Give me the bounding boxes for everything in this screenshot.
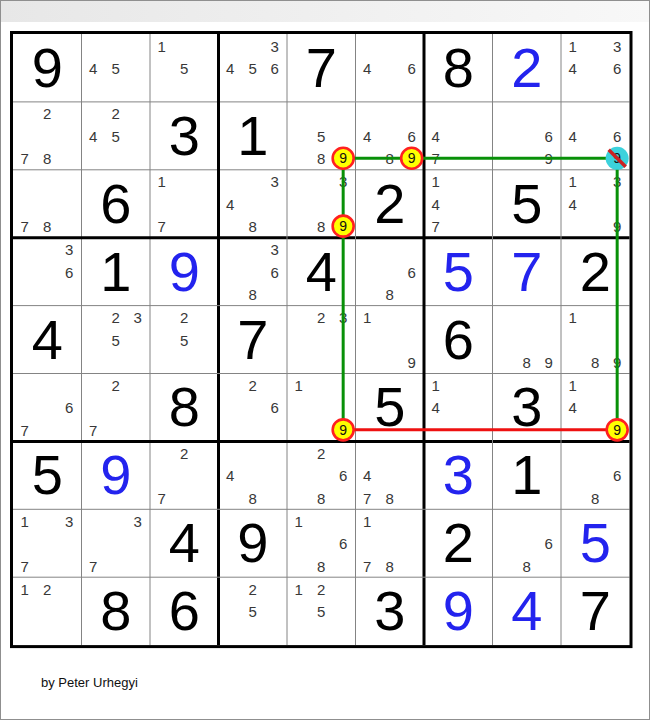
cell-r7c2[interactable]: 9	[82, 441, 151, 509]
given-digit: 6	[82, 170, 151, 238]
cell-r7c9[interactable]: 68	[561, 441, 630, 509]
candidate-8: 8	[386, 490, 394, 505]
cell-r6c6[interactable]: 5	[356, 373, 425, 441]
candidate-5: 5	[180, 60, 188, 75]
candidate-9: 9	[613, 219, 621, 234]
cell-r7c6[interactable]: 478	[356, 441, 425, 509]
candidate-9: 9	[613, 422, 621, 437]
candidate-1: 1	[294, 377, 302, 392]
cell-r8c7[interactable]: 2	[424, 509, 493, 577]
candidate-8: 8	[523, 558, 531, 573]
cell-r5c8[interactable]: 89	[493, 306, 562, 374]
cell-r1c3[interactable]: 15	[150, 34, 219, 102]
cell-r5c6[interactable]: 19	[356, 306, 425, 374]
given-digit: 8	[150, 373, 219, 441]
candidate-1: 1	[568, 174, 576, 189]
given-digit: 3	[150, 102, 219, 170]
cell-r1c2[interactable]: 45	[82, 34, 151, 102]
cell-r6c1[interactable]: 67	[13, 373, 82, 441]
candidate-2: 2	[317, 581, 325, 596]
cell-r8c9[interactable]: 5	[561, 509, 630, 577]
cell-r4c8[interactable]: 7	[493, 238, 562, 306]
cell-r5c1[interactable]: 4	[13, 306, 82, 374]
candidate-3: 3	[65, 513, 73, 528]
candidate-4: 4	[431, 128, 439, 143]
candidate-8: 8	[386, 151, 394, 166]
candidate-5: 5	[249, 60, 257, 75]
cell-r1c8[interactable]: 2	[493, 34, 562, 102]
candidate-6: 6	[270, 264, 278, 279]
candidate-7: 7	[89, 558, 97, 573]
cell-r6c8[interactable]: 3	[493, 373, 562, 441]
candidate-8: 8	[43, 151, 51, 166]
candidate-5: 5	[317, 128, 325, 143]
cell-r3c7[interactable]: 147	[424, 170, 493, 238]
candidate-6: 6	[407, 264, 415, 279]
sudoku-board: 9451534567468213462782453158946894769469…	[13, 34, 630, 645]
cell-r9c7[interactable]: 9	[424, 577, 493, 645]
candidate-1: 1	[568, 310, 576, 325]
cell-r5c9[interactable]: 189	[561, 306, 630, 374]
candidate-3: 3	[613, 174, 621, 189]
candidate-8: 8	[43, 219, 51, 234]
candidate-1: 1	[568, 38, 576, 53]
cell-r3c2[interactable]: 6	[82, 170, 151, 238]
solved-digit: 5	[424, 238, 493, 306]
candidate-5: 5	[112, 128, 120, 143]
cell-r9c5[interactable]: 125	[287, 577, 356, 645]
cell-r4c5[interactable]: 4	[287, 238, 356, 306]
cell-r1c4[interactable]: 3456	[219, 34, 288, 102]
candidate-1: 1	[568, 377, 576, 392]
candidate-2: 2	[317, 445, 325, 460]
given-digit: 7	[287, 34, 356, 102]
given-digit: 8	[82, 577, 151, 645]
cell-r9c3[interactable]: 6	[150, 577, 219, 645]
cell-r7c3[interactable]: 27	[150, 441, 219, 509]
cell-r9c9[interactable]: 7	[561, 577, 630, 645]
candidate-1: 1	[294, 513, 302, 528]
cell-r7c7[interactable]: 3	[424, 441, 493, 509]
candidate-3: 3	[65, 242, 73, 257]
candidate-2: 2	[249, 581, 257, 596]
cell-r2c9[interactable]: 469	[561, 102, 630, 170]
cell-r9c8[interactable]: 4	[493, 577, 562, 645]
given-digit: 4	[287, 238, 356, 306]
cell-r2c2[interactable]: 245	[82, 102, 151, 170]
given-digit: 9	[13, 34, 82, 102]
given-digit: 5	[13, 441, 82, 509]
candidate-8: 8	[249, 287, 257, 302]
page: 9451534567468213462782453158946894769469…	[0, 0, 650, 720]
solved-digit: 5	[561, 509, 630, 577]
candidate-8: 8	[317, 151, 325, 166]
author-credit: by Peter Urhegyi	[41, 675, 138, 690]
candidate-5: 5	[317, 604, 325, 619]
candidate-1: 1	[20, 513, 28, 528]
cell-r5c2[interactable]: 235	[82, 306, 151, 374]
candidate-4: 4	[363, 468, 371, 483]
given-digit: 6	[424, 306, 493, 374]
candidate-8: 8	[386, 287, 394, 302]
candidate-2: 2	[317, 310, 325, 325]
cell-r3c5[interactable]: 389	[287, 170, 356, 238]
cell-r9c2[interactable]: 8	[82, 577, 151, 645]
cell-r2c1[interactable]: 278	[13, 102, 82, 170]
given-digit: 1	[493, 441, 562, 509]
candidate-7: 7	[363, 490, 371, 505]
solved-digit: 9	[150, 238, 219, 306]
candidate-6: 6	[339, 468, 347, 483]
solved-digit: 7	[493, 238, 562, 306]
candidate-1: 1	[157, 38, 165, 53]
candidate-9: 9	[544, 354, 552, 369]
candidate-6: 6	[613, 60, 621, 75]
cell-r9c6[interactable]: 3	[356, 577, 425, 645]
cell-r6c5[interactable]: 19	[287, 373, 356, 441]
candidate-9: 9	[339, 219, 347, 234]
candidate-7: 7	[89, 422, 97, 437]
candidate-1: 1	[294, 581, 302, 596]
candidate-1: 1	[363, 513, 371, 528]
cell-r3c6[interactable]: 2	[356, 170, 425, 238]
given-digit: 5	[493, 170, 562, 238]
candidate-2: 2	[249, 377, 257, 392]
candidate-2: 2	[112, 377, 120, 392]
cell-r3c8[interactable]: 5	[493, 170, 562, 238]
cell-r3c4[interactable]: 348	[219, 170, 288, 238]
candidate-8: 8	[386, 558, 394, 573]
cell-r8c2[interactable]: 37	[82, 509, 151, 577]
candidate-2: 2	[180, 310, 188, 325]
cell-r1c7[interactable]: 8	[424, 34, 493, 102]
candidate-1: 1	[431, 174, 439, 189]
given-digit: 4	[150, 509, 219, 577]
given-digit: 1	[82, 238, 151, 306]
cell-r4c4[interactable]: 368	[219, 238, 288, 306]
candidate-4: 4	[363, 128, 371, 143]
candidate-1: 1	[157, 174, 165, 189]
candidate-4: 4	[568, 196, 576, 211]
cell-r8c3[interactable]: 4	[150, 509, 219, 577]
cell-r9c4[interactable]: 25	[219, 577, 288, 645]
candidate-9: 9	[613, 354, 621, 369]
candidate-8: 8	[317, 558, 325, 573]
cell-r1c6[interactable]: 46	[356, 34, 425, 102]
candidate-6: 6	[65, 400, 73, 415]
cell-r2c7[interactable]: 47	[424, 102, 493, 170]
candidate-9: 9	[613, 151, 621, 166]
given-digit: 9	[219, 509, 288, 577]
given-digit: 7	[561, 577, 630, 645]
candidate-6: 6	[407, 60, 415, 75]
cell-r4c6[interactable]: 68	[356, 238, 425, 306]
solved-digit: 3	[424, 441, 493, 509]
candidate-7: 7	[363, 558, 371, 573]
candidate-3: 3	[270, 174, 278, 189]
candidate-8: 8	[591, 490, 599, 505]
candidate-9: 9	[339, 422, 347, 437]
candidate-3: 3	[133, 310, 141, 325]
candidate-1: 1	[363, 310, 371, 325]
cell-r8c4[interactable]: 9	[219, 509, 288, 577]
given-digit: 4	[13, 306, 82, 374]
given-digit: 5	[356, 373, 425, 441]
cell-r3c3[interactable]: 17	[150, 170, 219, 238]
cell-r2c5[interactable]: 589	[287, 102, 356, 170]
cell-r8c8[interactable]: 68	[493, 509, 562, 577]
cell-r8c5[interactable]: 168	[287, 509, 356, 577]
candidate-4: 4	[226, 196, 234, 211]
cell-r6c3[interactable]: 8	[150, 373, 219, 441]
candidate-2: 2	[112, 106, 120, 121]
given-digit: 2	[561, 238, 630, 306]
cell-r4c3[interactable]: 9	[150, 238, 219, 306]
given-digit: 1	[219, 102, 288, 170]
cell-r2c4[interactable]: 1	[219, 102, 288, 170]
candidate-6: 6	[270, 60, 278, 75]
candidate-4: 4	[568, 400, 576, 415]
solved-digit: 9	[424, 577, 493, 645]
candidate-4: 4	[89, 60, 97, 75]
candidate-3: 3	[339, 310, 347, 325]
candidate-9: 9	[407, 354, 415, 369]
given-digit: 6	[150, 577, 219, 645]
given-digit: 7	[219, 306, 288, 374]
candidate-4: 4	[226, 468, 234, 483]
solved-digit: 4	[493, 577, 562, 645]
candidate-9: 9	[544, 151, 552, 166]
solved-digit: 9	[82, 441, 151, 509]
candidate-7: 7	[431, 219, 439, 234]
cell-r2c3[interactable]: 3	[150, 102, 219, 170]
candidate-2: 2	[112, 310, 120, 325]
candidate-6: 6	[65, 264, 73, 279]
candidate-4: 4	[431, 400, 439, 415]
candidate-6: 6	[270, 400, 278, 415]
candidate-7: 7	[157, 490, 165, 505]
cell-r7c1[interactable]: 5	[13, 441, 82, 509]
candidate-3: 3	[270, 242, 278, 257]
candidate-9: 9	[407, 151, 415, 166]
given-digit: 2	[356, 170, 425, 238]
candidate-4: 4	[431, 196, 439, 211]
candidate-7: 7	[431, 151, 439, 166]
candidate-5: 5	[112, 332, 120, 347]
cell-r5c5[interactable]: 23	[287, 306, 356, 374]
candidate-5: 5	[112, 60, 120, 75]
cell-r9c1[interactable]: 12	[13, 577, 82, 645]
cell-r2c6[interactable]: 4689	[356, 102, 425, 170]
cell-r1c5[interactable]: 7	[287, 34, 356, 102]
solved-digit: 2	[493, 34, 562, 102]
cell-r8c6[interactable]: 178	[356, 509, 425, 577]
candidate-7: 7	[20, 558, 28, 573]
given-digit: 8	[424, 34, 493, 102]
candidate-6: 6	[544, 128, 552, 143]
cell-r7c5[interactable]: 268	[287, 441, 356, 509]
candidate-5: 5	[249, 604, 257, 619]
cell-r3c1[interactable]: 78	[13, 170, 82, 238]
candidate-6: 6	[339, 536, 347, 551]
given-digit: 3	[356, 577, 425, 645]
cell-r5c7[interactable]: 6	[424, 306, 493, 374]
candidate-7: 7	[157, 219, 165, 234]
candidate-3: 3	[133, 513, 141, 528]
candidate-8: 8	[317, 219, 325, 234]
candidate-8: 8	[317, 490, 325, 505]
cell-r6c7[interactable]: 14	[424, 373, 493, 441]
cell-r5c3[interactable]: 25	[150, 306, 219, 374]
candidate-6: 6	[613, 128, 621, 143]
title-bar	[1, 1, 649, 22]
candidate-4: 4	[568, 60, 576, 75]
cell-r5c4[interactable]: 7	[219, 306, 288, 374]
candidate-8: 8	[591, 354, 599, 369]
candidate-3: 3	[613, 38, 621, 53]
candidate-3: 3	[339, 174, 347, 189]
cell-r1c1[interactable]: 9	[13, 34, 82, 102]
candidate-7: 7	[20, 219, 28, 234]
cell-r6c4[interactable]: 26	[219, 373, 288, 441]
candidate-3: 3	[270, 38, 278, 53]
cell-r8c1[interactable]: 137	[13, 509, 82, 577]
candidate-7: 7	[20, 151, 28, 166]
candidate-2: 2	[43, 581, 51, 596]
candidate-1: 1	[431, 377, 439, 392]
candidate-9: 9	[339, 151, 347, 166]
candidate-4: 4	[568, 128, 576, 143]
cell-r4c2[interactable]: 1	[82, 238, 151, 306]
cell-r7c4[interactable]: 48	[219, 441, 288, 509]
cell-r1c9[interactable]: 1346	[561, 34, 630, 102]
candidate-5: 5	[180, 332, 188, 347]
given-digit: 3	[493, 373, 562, 441]
candidate-6: 6	[544, 536, 552, 551]
cell-r2c8[interactable]: 69	[493, 102, 562, 170]
candidate-6: 6	[407, 128, 415, 143]
cell-r4c9[interactable]: 2	[561, 238, 630, 306]
cell-r4c7[interactable]: 5	[424, 238, 493, 306]
candidate-7: 7	[20, 422, 28, 437]
cell-r4c1[interactable]: 36	[13, 238, 82, 306]
cell-r7c8[interactable]: 1	[493, 441, 562, 509]
candidate-8: 8	[523, 354, 531, 369]
candidate-1: 1	[20, 581, 28, 596]
candidate-4: 4	[363, 60, 371, 75]
candidate-6: 6	[613, 468, 621, 483]
cell-r6c2[interactable]: 27	[82, 373, 151, 441]
candidate-4: 4	[226, 60, 234, 75]
candidate-4: 4	[89, 128, 97, 143]
given-digit: 2	[424, 509, 493, 577]
candidate-8: 8	[249, 219, 257, 234]
candidate-2: 2	[180, 445, 188, 460]
candidate-8: 8	[249, 490, 257, 505]
cell-r3c9[interactable]: 1349	[561, 170, 630, 238]
cell-r6c9[interactable]: 149	[561, 373, 630, 441]
candidate-2: 2	[43, 106, 51, 121]
